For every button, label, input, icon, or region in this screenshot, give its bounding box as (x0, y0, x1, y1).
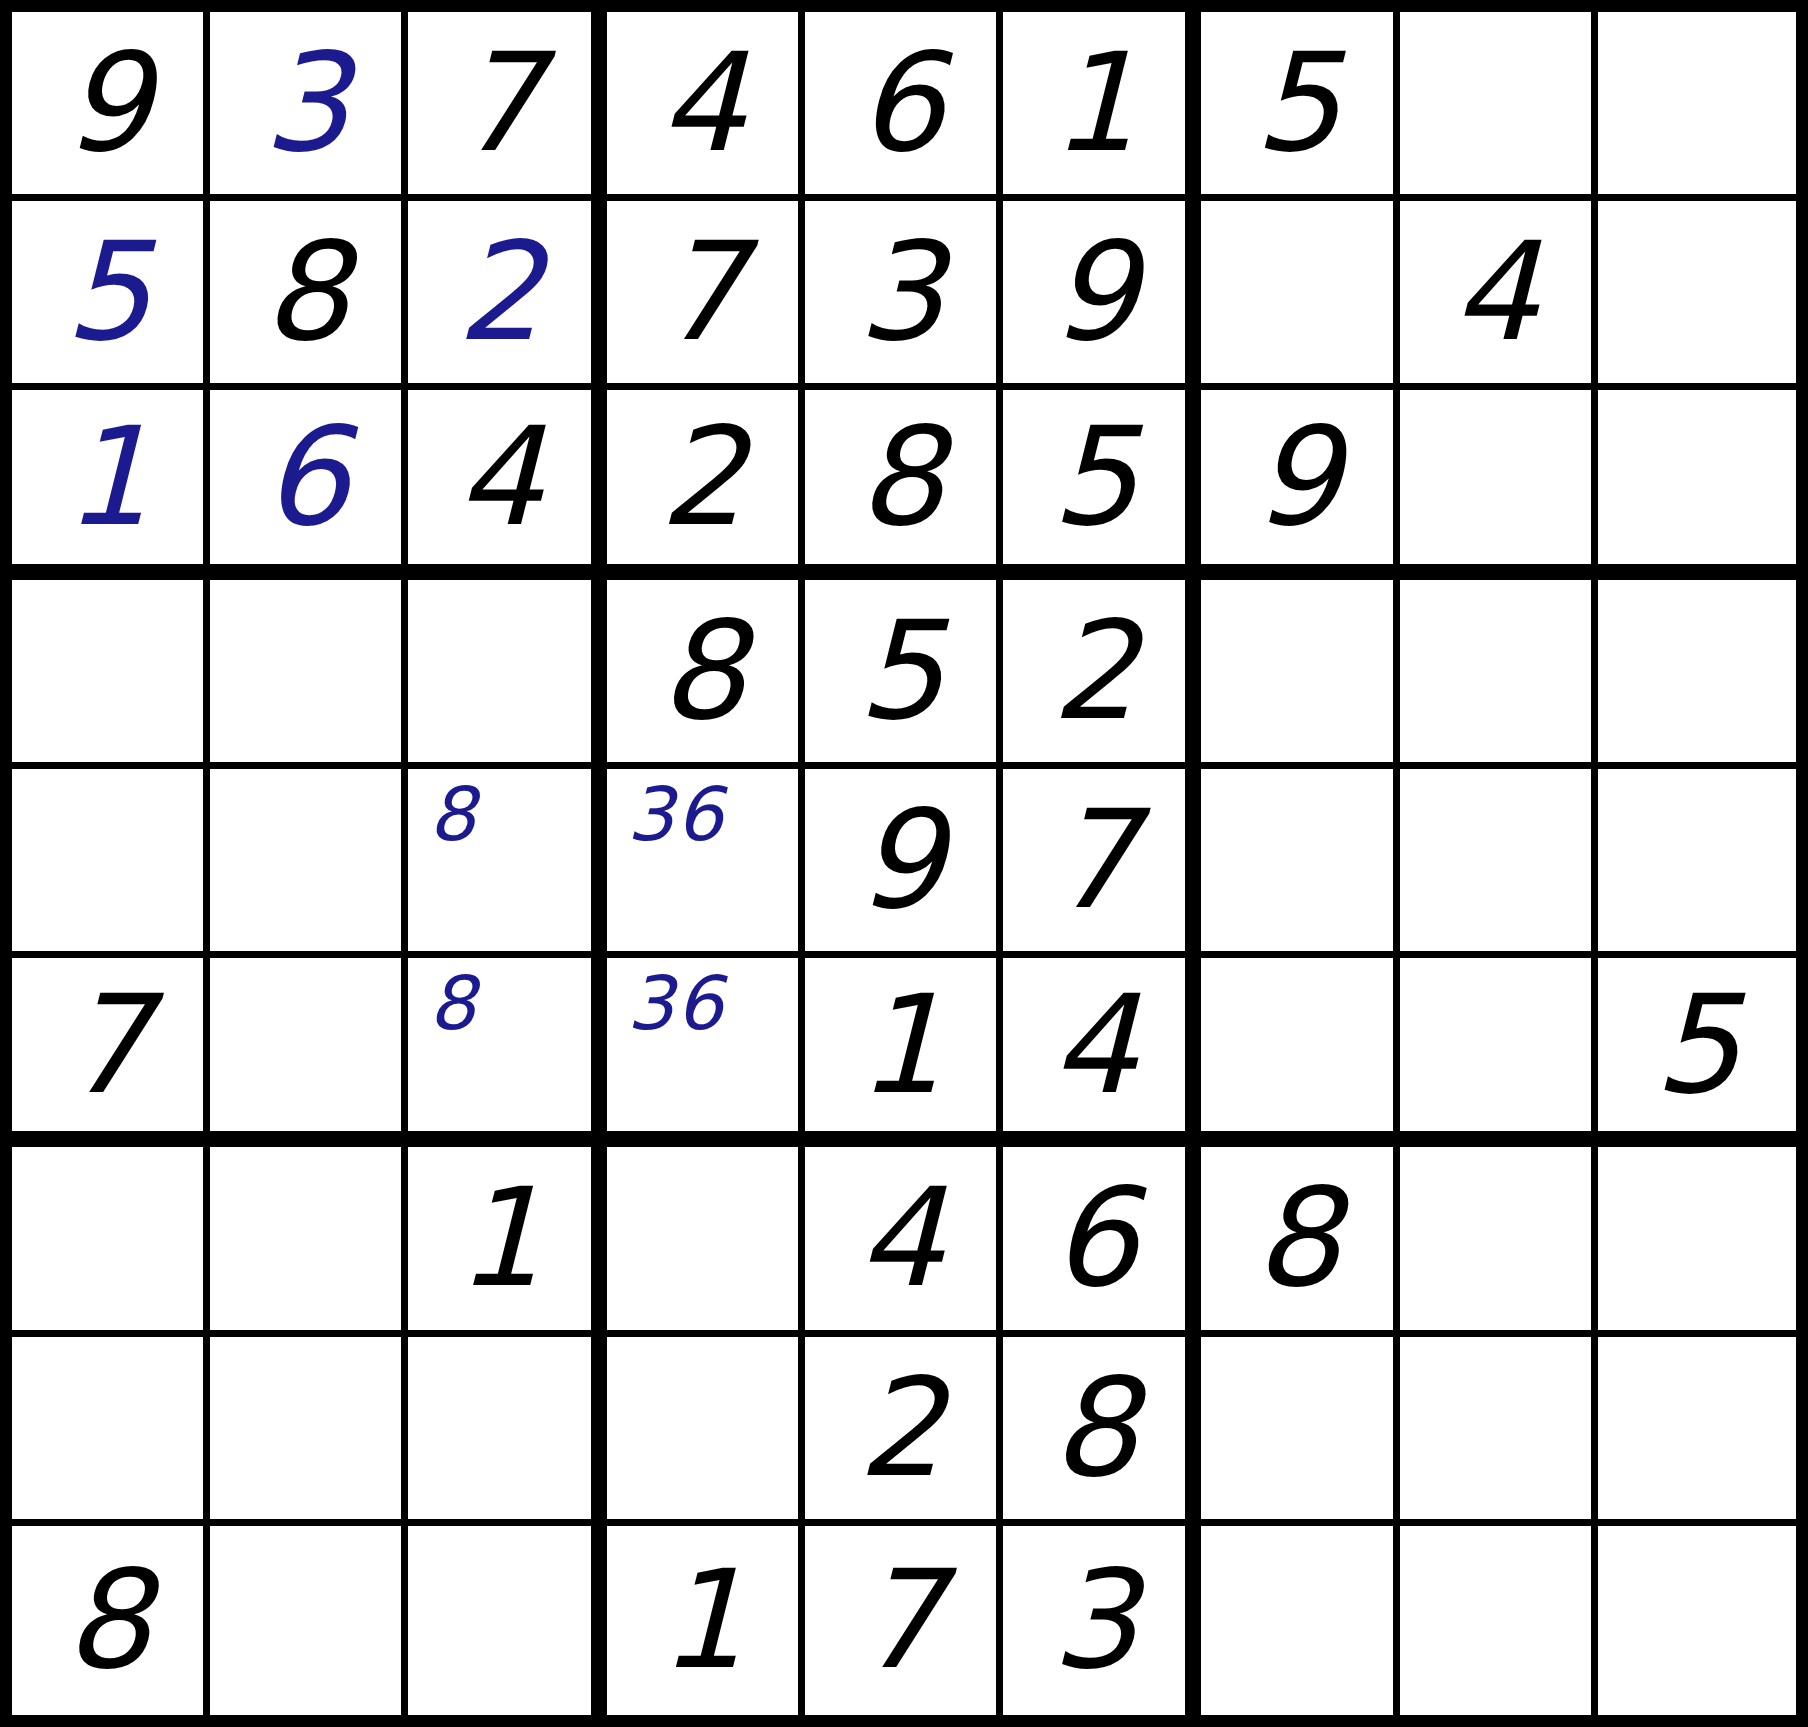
given-digit-r7c7: 8 (1254, 1170, 1341, 1306)
given-digit-r3c7: 9 (1254, 409, 1341, 545)
user-digit-r3c1: 1 (64, 409, 151, 545)
cell-r2c4[interactable]: 7 (607, 201, 805, 390)
cell-r3c6[interactable]: 5 (1003, 390, 1201, 579)
given-digit-r1c7: 5 (1254, 35, 1341, 171)
cell-r9c4[interactable]: 1 (607, 1526, 805, 1715)
cell-r9c6[interactable]: 3 (1003, 1526, 1201, 1715)
cell-r1c3[interactable]: 7 (408, 12, 606, 201)
cell-r4c3[interactable] (408, 580, 606, 769)
cell-r8c3[interactable] (408, 1337, 606, 1526)
cell-r9c2[interactable] (210, 1526, 408, 1715)
cell-r9c3[interactable] (408, 1526, 606, 1715)
cell-r6c9[interactable]: 5 (1598, 958, 1796, 1147)
cell-r3c2[interactable]: 6 (210, 390, 408, 579)
cell-r6c2[interactable] (210, 958, 408, 1147)
cell-r8c9[interactable] (1598, 1337, 1796, 1526)
cell-r9c9[interactable] (1598, 1526, 1796, 1715)
cell-r3c7[interactable]: 9 (1201, 390, 1399, 579)
cell-r6c6[interactable]: 4 (1003, 958, 1201, 1147)
given-digit-r2c4: 7 (659, 224, 746, 360)
cell-r3c9[interactable] (1598, 390, 1796, 579)
cell-r3c8[interactable] (1400, 390, 1598, 579)
cell-r9c7[interactable] (1201, 1526, 1399, 1715)
given-digit-r2c6: 9 (1051, 224, 1138, 360)
given-digit-r2c5: 3 (857, 224, 944, 360)
cell-r5c7[interactable] (1201, 769, 1399, 958)
cell-r4c5[interactable]: 5 (805, 580, 1003, 769)
given-digit-r9c5: 7 (857, 1552, 944, 1688)
cell-r5c8[interactable] (1400, 769, 1598, 958)
cell-r1c5[interactable]: 6 (805, 12, 1003, 201)
given-digit-r1c6: 1 (1051, 35, 1138, 171)
given-digit-r6c9: 5 (1654, 977, 1741, 1113)
cell-r3c5[interactable]: 8 (805, 390, 1003, 579)
cell-r9c5[interactable]: 7 (805, 1526, 1003, 1715)
given-digit-r1c3: 7 (456, 35, 543, 171)
cell-r1c1[interactable]: 9 (12, 12, 210, 201)
given-digit-r3c3: 4 (456, 409, 543, 545)
cell-r7c8[interactable] (1400, 1147, 1598, 1336)
cell-r5c9[interactable] (1598, 769, 1796, 958)
given-digit-r2c2: 8 (263, 224, 350, 360)
cell-r2c1[interactable]: 5 (12, 201, 210, 390)
cell-r4c6[interactable]: 2 (1003, 580, 1201, 769)
given-digit-r1c5: 6 (857, 35, 944, 171)
cell-r6c4[interactable]: 36 (607, 958, 805, 1147)
cell-r8c7[interactable] (1201, 1337, 1399, 1526)
given-digit-r9c6: 3 (1051, 1552, 1138, 1688)
cell-r8c5[interactable]: 2 (805, 1337, 1003, 1526)
cell-r7c6[interactable]: 6 (1003, 1147, 1201, 1336)
cell-r5c5[interactable]: 9 (805, 769, 1003, 958)
given-digit-r9c4: 1 (659, 1552, 746, 1688)
given-digit-r9c1: 8 (64, 1552, 151, 1688)
user-digit-r2c1: 5 (64, 224, 151, 360)
cell-r5c6[interactable]: 7 (1003, 769, 1201, 958)
given-digit-r3c6: 5 (1051, 409, 1138, 545)
pencil-marks-r6c4: 36 (627, 966, 725, 1040)
cell-r7c2[interactable] (210, 1147, 408, 1336)
given-digit-r1c1: 9 (64, 35, 151, 171)
given-digit-r7c6: 6 (1051, 1170, 1138, 1306)
given-digit-r5c6: 7 (1051, 792, 1138, 928)
cell-r2c6[interactable]: 9 (1003, 201, 1201, 390)
cell-r2c3[interactable]: 2 (408, 201, 606, 390)
cell-r1c2[interactable]: 3 (210, 12, 408, 201)
given-digit-r6c1: 7 (64, 977, 151, 1113)
cell-r5c4[interactable]: 36 (607, 769, 805, 958)
sudoku-board: 9374615582739416428598528369778361451468… (0, 0, 1808, 1727)
cell-r4c7[interactable] (1201, 580, 1399, 769)
user-digit-r2c3: 2 (456, 224, 543, 360)
cell-r4c8[interactable] (1400, 580, 1598, 769)
cell-r2c2[interactable]: 8 (210, 201, 408, 390)
cell-r6c3[interactable]: 8 (408, 958, 606, 1147)
pencil-marks-r6c3: 8 (428, 966, 477, 1040)
cell-r4c2[interactable] (210, 580, 408, 769)
cell-r7c5[interactable]: 4 (805, 1147, 1003, 1336)
cell-r4c9[interactable] (1598, 580, 1796, 769)
cell-r1c6[interactable]: 1 (1003, 12, 1201, 201)
given-digit-r8c6: 8 (1051, 1360, 1138, 1496)
cell-r9c1[interactable]: 8 (12, 1526, 210, 1715)
cell-r6c1[interactable]: 7 (12, 958, 210, 1147)
cell-r7c9[interactable] (1598, 1147, 1796, 1336)
cell-r4c4[interactable]: 8 (607, 580, 805, 769)
given-digit-r4c5: 5 (857, 603, 944, 739)
cell-r4c1[interactable] (12, 580, 210, 769)
cell-r7c3[interactable]: 1 (408, 1147, 606, 1336)
given-digit-r4c4: 8 (659, 603, 746, 739)
cell-r8c6[interactable]: 8 (1003, 1337, 1201, 1526)
cell-r9c8[interactable] (1400, 1526, 1598, 1715)
given-digit-r2c8: 4 (1452, 224, 1539, 360)
cell-r1c4[interactable]: 4 (607, 12, 805, 201)
given-digit-r3c4: 2 (659, 409, 746, 545)
given-digit-r1c4: 4 (659, 35, 746, 171)
user-digit-r3c2: 6 (263, 409, 350, 545)
user-digit-r1c2: 3 (263, 35, 350, 171)
cell-r6c8[interactable] (1400, 958, 1598, 1147)
cell-r8c4[interactable] (607, 1337, 805, 1526)
cell-r3c1[interactable]: 1 (12, 390, 210, 579)
cell-r7c1[interactable] (12, 1147, 210, 1336)
cell-r8c8[interactable] (1400, 1337, 1598, 1526)
given-digit-r6c6: 4 (1051, 977, 1138, 1113)
cell-r2c5[interactable]: 3 (805, 201, 1003, 390)
cell-r7c4[interactable] (607, 1147, 805, 1336)
given-digit-r8c5: 2 (857, 1360, 944, 1496)
cell-r3c4[interactable]: 2 (607, 390, 805, 579)
cell-r1c8[interactable] (1400, 12, 1598, 201)
cell-r2c8[interactable]: 4 (1400, 201, 1598, 390)
cell-r7c7[interactable]: 8 (1201, 1147, 1399, 1336)
cell-r3c3[interactable]: 4 (408, 390, 606, 579)
given-digit-r6c5: 1 (857, 977, 944, 1113)
cell-r5c1[interactable] (12, 769, 210, 958)
pencil-marks-r5c3: 8 (428, 777, 477, 851)
given-digit-r5c5: 9 (857, 792, 944, 928)
given-digit-r3c5: 8 (857, 409, 944, 545)
cell-r2c7[interactable] (1201, 201, 1399, 390)
given-digit-r7c3: 1 (456, 1170, 543, 1306)
cell-r6c5[interactable]: 1 (805, 958, 1003, 1147)
cell-r5c3[interactable]: 8 (408, 769, 606, 958)
cell-r1c9[interactable] (1598, 12, 1796, 201)
cell-r1c7[interactable]: 5 (1201, 12, 1399, 201)
cell-r5c2[interactable] (210, 769, 408, 958)
given-digit-r4c6: 2 (1051, 603, 1138, 739)
given-digit-r7c5: 4 (857, 1170, 944, 1306)
pencil-marks-r5c4: 36 (627, 777, 725, 851)
cell-r8c1[interactable] (12, 1337, 210, 1526)
cell-r8c2[interactable] (210, 1337, 408, 1526)
cell-r2c9[interactable] (1598, 201, 1796, 390)
cell-r6c7[interactable] (1201, 958, 1399, 1147)
